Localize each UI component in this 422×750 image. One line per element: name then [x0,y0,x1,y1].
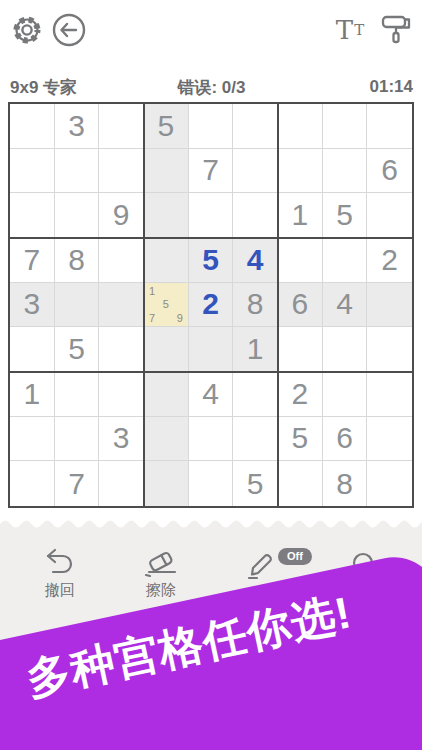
cell-r3c1[interactable] [10,193,55,238]
user-digit: 4 [247,243,264,277]
cell-r3c2[interactable] [55,193,100,238]
given-digit: 5 [157,109,174,143]
cell-r1c6[interactable] [233,104,278,149]
cell-r9c8[interactable]: 8 [323,461,368,506]
given-digit: 3 [68,109,85,143]
notes-off-badge: Off [278,548,312,565]
box-divider [10,371,412,373]
cell-r6c5[interactable] [189,327,234,372]
given-digit: 9 [113,198,130,232]
given-digit: 5 [247,467,264,501]
cell-r8c6[interactable] [233,417,278,462]
cell-r7c9[interactable] [367,372,412,417]
erase-button[interactable]: 擦除 [130,548,192,600]
cell-r9c7[interactable] [278,461,323,506]
cell-r2c4[interactable] [144,149,189,194]
cell-r6c1[interactable] [10,327,55,372]
cell-r6c6[interactable]: 1 [233,327,278,372]
given-digit: 6 [291,287,308,321]
given-digit: 6 [381,153,398,187]
erase-label: 擦除 [146,581,176,600]
cell-r2c8[interactable] [323,149,368,194]
given-digit: 1 [247,332,264,366]
box-divider [10,237,412,239]
cell-r9c6[interactable]: 5 [233,461,278,506]
given-digit: 7 [68,467,85,501]
back-arrow-icon[interactable] [51,12,87,48]
cell-r2c5[interactable]: 7 [189,149,234,194]
undo-button[interactable]: 撤回 [29,548,91,600]
cell-r9c3[interactable] [99,461,144,506]
given-digit: 8 [247,287,264,321]
given-digit: 5 [291,421,308,455]
given-digit: 4 [336,287,353,321]
cell-r7c1[interactable]: 1 [10,372,55,417]
paint-roller-icon[interactable] [378,12,414,48]
cell-r4c3[interactable] [99,238,144,283]
cell-r1c5[interactable] [189,104,234,149]
cell-r1c2[interactable]: 3 [55,104,100,149]
cell-r5c7[interactable]: 6 [278,283,323,328]
given-digit: 3 [23,287,40,321]
cell-r3c9[interactable] [367,193,412,238]
top-bar: TT [0,10,422,54]
cell-r1c8[interactable] [323,104,368,149]
cell-r9c5[interactable] [189,461,234,506]
undo-label: 撤回 [45,581,75,600]
cell-r4c9[interactable]: 2 [367,238,412,283]
cell-r4c5[interactable]: 5 [189,238,234,283]
cell-r8c2[interactable] [55,417,100,462]
given-digit: 5 [336,198,353,232]
cell-r7c6[interactable] [233,372,278,417]
box-divider [277,104,279,506]
given-digit: 8 [336,467,353,501]
cell-r6c4[interactable] [144,327,189,372]
given-digit: 6 [336,421,353,455]
cell-r1c7[interactable] [278,104,323,149]
sudoku-board[interactable]: 35769157854231579286451142356758 [8,102,414,508]
cell-r8c7[interactable]: 5 [278,417,323,462]
cell-r5c2[interactable] [55,283,100,328]
cell-r5c1[interactable]: 3 [10,283,55,328]
given-digit: 2 [291,377,308,411]
difficulty-label: 9x9 专家 [10,76,77,99]
cell-r1c3[interactable] [99,104,144,149]
cell-r4c7[interactable] [278,238,323,283]
given-digit: 1 [23,377,40,411]
pencil-marks: 1579 [145,284,187,326]
cell-r4c2[interactable]: 8 [55,238,100,283]
cell-r8c8[interactable]: 6 [323,417,368,462]
given-digit: 7 [202,153,219,187]
given-digit: 3 [113,421,130,455]
notes-toggle-button[interactable]: Off [231,548,293,580]
undo-icon [44,548,76,578]
cell-r8c4[interactable] [144,417,189,462]
cell-r4c4[interactable] [144,238,189,283]
cell-r3c7[interactable]: 1 [278,193,323,238]
eraser-icon [144,548,178,578]
cell-r5c4[interactable]: 1579 [144,283,189,328]
cell-r5c6[interactable]: 8 [233,283,278,328]
user-digit: 5 [202,243,219,277]
cell-r3c4[interactable] [144,193,189,238]
cell-r8c3[interactable]: 3 [99,417,144,462]
cell-r2c6[interactable] [233,149,278,194]
cell-r9c4[interactable] [144,461,189,506]
cell-r7c3[interactable] [99,372,144,417]
cell-r9c2[interactable]: 7 [55,461,100,506]
cell-r3c6[interactable] [233,193,278,238]
cell-r5c8[interactable]: 4 [323,283,368,328]
cell-r7c2[interactable] [55,372,100,417]
given-digit: 8 [68,243,85,277]
cell-r1c9[interactable] [367,104,412,149]
cell-r6c7[interactable] [278,327,323,372]
cell-r2c9[interactable]: 6 [367,149,412,194]
given-digit: 4 [202,377,219,411]
cell-r5c5[interactable]: 2 [189,283,234,328]
cell-r6c2[interactable]: 5 [55,327,100,372]
user-digit: 2 [202,287,219,321]
status-row: 错误: 0/3 9x9 专家 01:14 [10,76,413,98]
given-digit: 7 [23,243,40,277]
cell-r4c6[interactable]: 4 [233,238,278,283]
cell-r2c3[interactable] [99,149,144,194]
cell-r4c8[interactable] [323,238,368,283]
cell-r2c7[interactable] [278,149,323,194]
timer: 01:14 [370,77,413,97]
cell-r6c9[interactable] [367,327,412,372]
cell-r8c5[interactable] [189,417,234,462]
cell-r9c9[interactable] [367,461,412,506]
given-digit: 1 [291,198,308,232]
settings-gear-icon[interactable] [9,12,45,48]
cell-r6c3[interactable] [99,327,144,372]
cell-r3c5[interactable] [189,193,234,238]
cell-r1c4[interactable]: 5 [144,104,189,149]
font-size-icon[interactable]: TT [332,12,368,48]
sudoku-app-screen: TT 错误: 0/3 9x9 专家 01:14 3576915785423157… [0,0,422,750]
cell-r1c1[interactable] [10,104,55,149]
cell-r5c9[interactable] [367,283,412,328]
cell-r8c1[interactable] [10,417,55,462]
wavy-edge [0,517,422,531]
cell-r2c2[interactable] [55,149,100,194]
pencil-icon [246,548,278,580]
given-digit: 2 [381,243,398,277]
cell-r6c8[interactable] [323,327,368,372]
cell-r7c8[interactable] [323,372,368,417]
cell-r8c9[interactable] [367,417,412,462]
cell-r3c8[interactable]: 5 [323,193,368,238]
given-digit: 5 [68,332,85,366]
box-divider [143,104,145,506]
cell-r9c1[interactable] [10,461,55,506]
cell-r7c7[interactable]: 2 [278,372,323,417]
cell-r2c1[interactable] [10,149,55,194]
cell-r7c5[interactable]: 4 [189,372,234,417]
cell-r5c3[interactable] [99,283,144,328]
cell-r3c3[interactable]: 9 [99,193,144,238]
cell-r4c1[interactable]: 7 [10,238,55,283]
cell-r7c4[interactable] [144,372,189,417]
